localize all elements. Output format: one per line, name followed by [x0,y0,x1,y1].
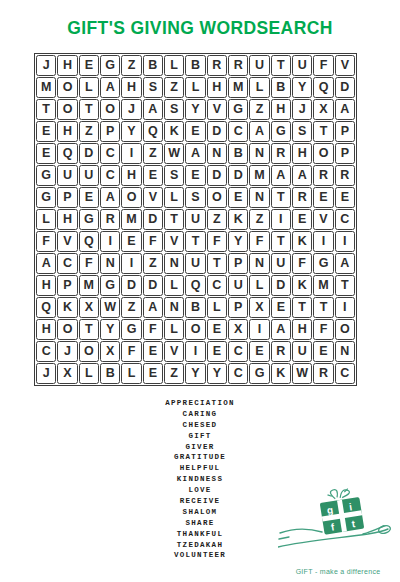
grid-cell: L [207,297,227,318]
grid-cell: P [335,143,355,164]
grid-cell: L [164,319,184,340]
grid-cell: Z [249,99,269,120]
grid-cell: O [207,187,227,208]
grid-cell: R [271,341,291,362]
grid-cell: G [36,187,56,208]
word-list-item: HELPFUL [0,463,400,474]
grid-cell: Y [207,363,227,384]
bow-icon [327,487,350,499]
grid-cell: E [249,341,269,362]
grid-cell: T [271,231,291,252]
grid-cell: B [271,77,291,98]
grid-cell: D [121,275,141,296]
grid-cell: M [228,77,248,98]
grid-cell: Z [121,297,141,318]
grid-cell: O [100,99,120,120]
grid-cell: Y [121,121,141,142]
grid-cell: V [164,341,184,362]
grid-cell: N [207,143,227,164]
grid-cell: P [335,121,355,142]
grid-cell: Z [164,363,184,384]
gift-box: g i f t [318,486,364,535]
grid-cell: K [292,231,312,252]
grid-cell: L [164,187,184,208]
grid-cell: R [100,209,120,230]
grid-cells: JHEGZBLBRRUTUFVMOLAHSZLHMLBYQDTOTOJASYVG… [36,55,355,384]
grid-cell: S [143,77,163,98]
grid-cell: Q [143,121,163,142]
grid-cell: W [100,297,120,318]
grid-cell: U [79,165,99,186]
grid-cell: Q [36,297,56,318]
grid-cell: W [292,363,312,384]
grid-cell: N [249,253,269,274]
grid-cell: F [79,253,99,274]
grid-cell: K [271,363,291,384]
grid-cell: N [100,253,120,274]
grid-cell: C [335,363,355,384]
grid-cell: A [36,253,56,274]
grid-cell: H [57,209,77,230]
grid-cell: O [79,341,99,362]
grid-cell: O [185,319,205,340]
grid-cell: E [185,121,205,142]
grid-cell: C [335,209,355,230]
grid-cell: D [143,209,163,230]
grid-cell: H [36,275,56,296]
gift-logo: g i f t GIFT - make a difference [278,486,398,575]
grid-cell: U [249,55,269,76]
grid-cell: L [121,363,141,384]
word-list-item: APPRECIATION [0,398,400,409]
grid-cell: N [164,253,184,274]
grid-cell: A [335,253,355,274]
grid-cell: P [57,275,77,296]
grid-cell: B [185,55,205,76]
grid-cell: K [164,121,184,142]
grid-cell: Y [100,319,120,340]
puzzle-title: GIFT'S GIVING WORDSEARCH [0,18,400,39]
grid-cell: R [335,165,355,186]
grid-cell: F [143,231,163,252]
grid-cell: O [121,187,141,208]
grid-cell: I [271,209,291,230]
grid-cell: T [79,319,99,340]
grid-cell: I [121,143,141,164]
grid-cell: R [228,55,248,76]
grid-cell: T [335,275,355,296]
grid-cell: E [313,187,333,208]
grid-cell: D [271,275,291,296]
grid-cell: C [100,165,120,186]
word-list-item: KINDNESS [0,474,400,485]
grid-cell: M [249,165,269,186]
grid-cell: F [292,253,312,274]
grid-cell: A [292,165,312,186]
grid-cell: J [292,99,312,120]
grid-cell: G [79,209,99,230]
grid-cell: L [164,55,184,76]
grid-cell: I [313,231,333,252]
grid-cell: L [79,363,99,384]
grid-cell: M [121,209,141,230]
grid-cell: T [271,55,291,76]
grid-cell: E [228,187,248,208]
grid-cell: A [271,165,291,186]
grid-cell: Z [143,143,163,164]
grid-cell: O [57,319,77,340]
grid-cell: E [79,55,99,76]
grid-cell: F [121,341,141,362]
grid-cell: M [36,77,56,98]
grid-cell: L [249,77,269,98]
grid-cell: I [100,231,120,252]
grid-cell: K [228,209,248,230]
grid-cell: X [249,297,269,318]
grid-cell: C [100,143,120,164]
grid-cell: Z [164,77,184,98]
grid-cell: E [271,297,291,318]
grid-cell: G [100,55,120,76]
grid-cell: L [79,77,99,98]
grid-cell: K [57,297,77,318]
grid-cell: N [249,143,269,164]
grid-cell: O [313,143,333,164]
grid-cell: D [79,143,99,164]
grid-cell: R [292,187,312,208]
grid-cell: D [228,165,248,186]
grid-cell: E [335,187,355,208]
grid-cell: Z [249,209,269,230]
grid-cell: U [228,275,248,296]
grid-cell: G [271,121,291,142]
grid-cell: T [292,297,312,318]
grid-cell: F [207,231,227,252]
grid-cell: Q [57,143,77,164]
grid-cell: M [79,275,99,296]
grid-cell: J [121,99,141,120]
grid-cell: C [207,275,227,296]
grid-cell: Q [185,275,205,296]
grid-cell: S [292,121,312,142]
grid-cell: R [313,165,333,186]
grid-cell: W [164,143,184,164]
grid-cell: E [121,231,141,252]
grid-cell: I [335,231,355,252]
grid-cell: I [335,297,355,318]
grid-cell: F [249,231,269,252]
grid-cell: A [185,143,205,164]
grid-cell: G [36,165,56,186]
grid-cell: Y [228,231,248,252]
grid-cell: H [121,77,141,98]
grid-cell: E [313,341,333,362]
grid-cell: X [100,341,120,362]
grid-cell: T [271,187,291,208]
grid-cell: P [228,297,248,318]
grid-cell: D [143,275,163,296]
grid-cell: F [313,319,333,340]
grid-cell: L [185,77,205,98]
grid-cell: A [143,99,163,120]
grid-cell: D [207,121,227,142]
grid-cell: C [228,363,248,384]
grid-cell: H [207,77,227,98]
grid-cell: J [36,55,56,76]
grid-cell: E [36,143,56,164]
grid-cell: D [207,165,227,186]
grid-cell: A [335,99,355,120]
grid-cell: N [164,297,184,318]
word-list-item: GIVER [0,442,400,453]
grid-cell: Q [79,231,99,252]
grid-cell: H [292,319,312,340]
grid-cell: H [57,55,77,76]
grid-cell: H [271,99,291,120]
grid-cell: O [335,319,355,340]
grid-cell: L [36,209,56,230]
grid-cell: T [164,209,184,230]
grid-cell: Z [207,209,227,230]
grid-cell: B [228,143,248,164]
grid-cell: Z [121,55,141,76]
wordsearch-grid: JHEGZBLBRRUTUFVMOLAHSZLHMLBYQDTOTOJASYVG… [34,53,357,386]
grid-cell: A [249,121,269,142]
grid-cell: C [228,121,248,142]
grid-cell: Q [313,77,333,98]
grid-cell: P [57,187,77,208]
grid-cell: Y [292,77,312,98]
grid-cell: T [313,297,333,318]
grid-cell: E [143,363,163,384]
grid-cell: G [313,253,333,274]
grid-cell: E [207,319,227,340]
grid-cell: K [292,275,312,296]
grid-cell: G [228,99,248,120]
grid-cell: H [121,165,141,186]
grid-cell: E [207,341,227,362]
word-list-item: CARING [0,409,400,420]
grid-cell: G [249,363,269,384]
grid-cell: E [143,165,163,186]
grid-cell: F [36,231,56,252]
grid-cell: T [313,121,333,142]
grid-cell: E [79,187,99,208]
grid-cell: U [57,165,77,186]
grid-cell: C [36,341,56,362]
logo-tagline: GIFT - make a difference [278,568,398,575]
grid-cell: O [57,77,77,98]
grid-cell: E [185,165,205,186]
grid-cell: A [271,319,291,340]
grid-cell: B [143,55,163,76]
grid-cell: T [207,253,227,274]
grid-cell: O [57,99,77,120]
grid-cell: I [121,253,141,274]
grid-cell: D [335,77,355,98]
grid-cell: R [207,55,227,76]
grid-cell: P [228,253,248,274]
grid-cell: A [100,77,120,98]
grid-cell: U [185,209,205,230]
grid-cell: R [271,143,291,164]
grid-cell: F [313,55,333,76]
grid-cell: C [57,253,77,274]
grid-cell: P [100,121,120,142]
grid-cell: G [121,319,141,340]
grid-cell: F [143,319,163,340]
grid-cell: N [335,341,355,362]
grid-cell: T [79,99,99,120]
grid-cell: U [292,341,312,362]
word-list-item: GIFT [0,431,400,442]
grid-cell: E [36,121,56,142]
grid-cell: S [164,99,184,120]
grid-cell: E [143,341,163,362]
grid-cell: M [313,275,333,296]
grid-cell: H [36,319,56,340]
grid-cell: H [57,121,77,142]
grid-cell: V [57,231,77,252]
grid-cell: V [313,209,333,230]
word-list-item: GRATITUDE [0,452,400,463]
grid-cell: T [185,231,205,252]
grid-cell: X [228,319,248,340]
grid-cell: I [249,319,269,340]
grid-cell: I [185,341,205,362]
grid-cell: H [292,143,312,164]
grid-cell: U [292,55,312,76]
grid-cell: J [36,363,56,384]
worksheet-page: GIFT'S GIVING WORDSEARCH JHEGZBLBRRUTUFV… [0,0,400,582]
grid-cell: L [249,275,269,296]
grid-cell: Z [79,121,99,142]
grid-cell: A [100,187,120,208]
grid-cell: U [271,253,291,274]
grid-cell: C [228,341,248,362]
grid-cell: U [185,253,205,274]
grid-cell: V [335,55,355,76]
grid-cell: Y [185,99,205,120]
grid-cell: X [57,363,77,384]
grid-cell: Z [143,253,163,274]
grid-cell: A [143,297,163,318]
grid-cell: V [164,231,184,252]
grid-cell: R [313,363,333,384]
grid-cell: J [57,341,77,362]
grid-cell: S [185,187,205,208]
grid-cell: E [292,209,312,230]
gift-logo-graphic: g i f t [278,486,398,574]
grid-cell: X [79,297,99,318]
grid-cell: L [164,275,184,296]
grid-cell: V [207,99,227,120]
grid-cell: T [36,99,56,120]
grid-cell: B [100,363,120,384]
grid-cell: S [164,165,184,186]
grid-cell: X [313,99,333,120]
grid-cell: Y [185,363,205,384]
grid-cell: G [100,275,120,296]
grid-cell: V [143,187,163,208]
grid-cell: B [185,297,205,318]
grid-cell: N [249,187,269,208]
word-list-item: CHESED [0,420,400,431]
